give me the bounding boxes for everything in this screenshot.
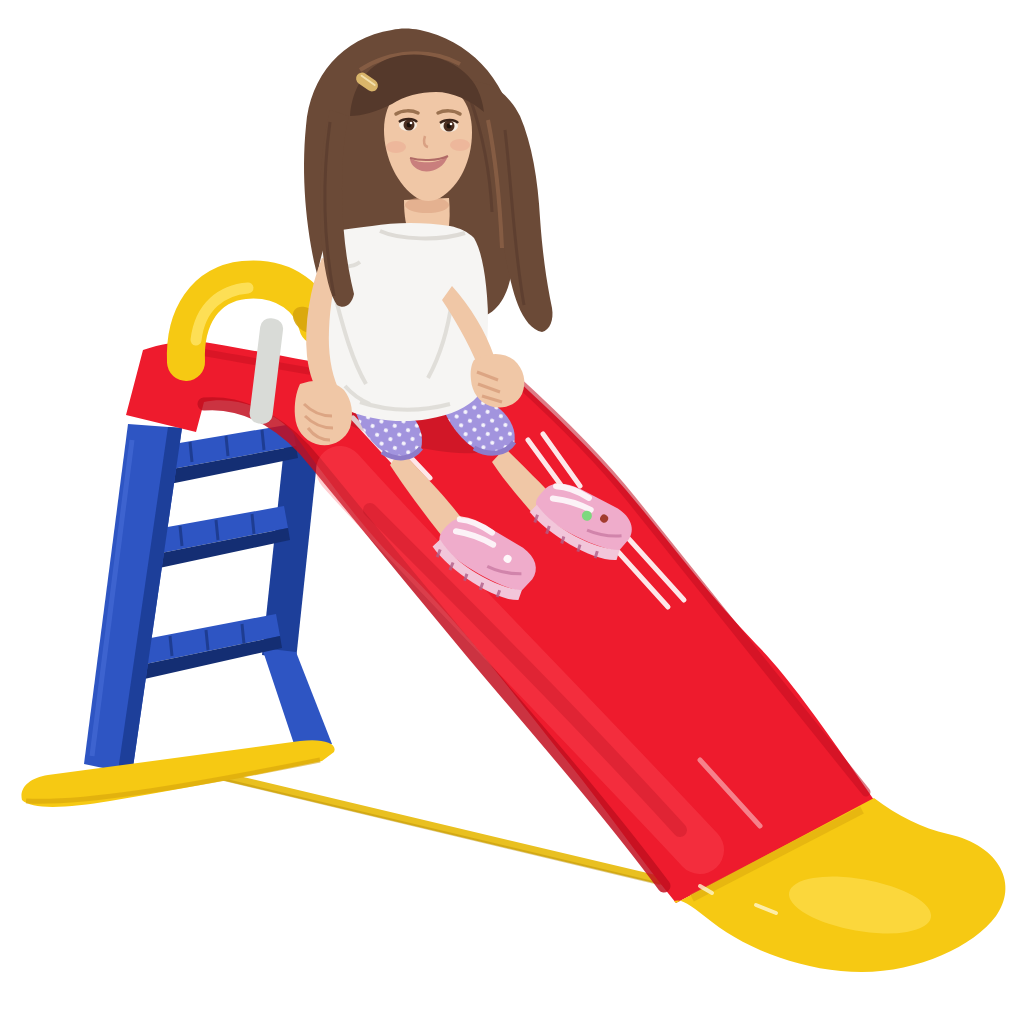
scene-canvas bbox=[0, 0, 1024, 1024]
left-eye bbox=[399, 119, 417, 131]
left-cheek-blush bbox=[386, 141, 406, 153]
right-cheek-blush bbox=[450, 139, 470, 151]
left-hand bbox=[295, 381, 352, 446]
right-eye bbox=[440, 120, 458, 132]
product-photo bbox=[0, 0, 1024, 1024]
